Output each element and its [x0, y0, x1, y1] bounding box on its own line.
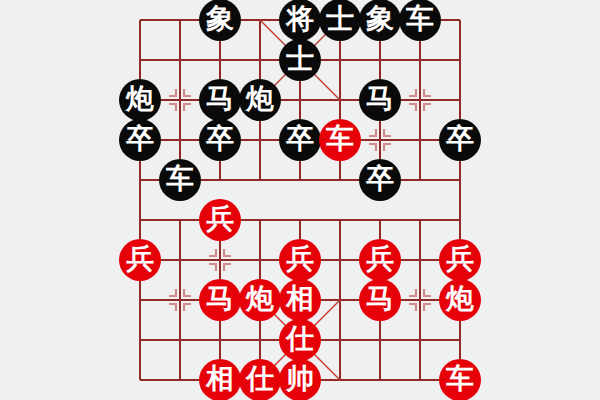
piece-glyph: 卒 — [366, 165, 394, 193]
piece-glyph: 兵 — [206, 205, 234, 233]
piece-glyph: 车 — [166, 165, 194, 193]
piece-glyph: 士 — [326, 5, 354, 33]
piece-glyph: 兵 — [446, 245, 474, 273]
piece-glyph: 帅 — [286, 365, 314, 393]
piece-glyph: 炮 — [126, 85, 154, 113]
piece-glyph: 车 — [406, 5, 434, 33]
black-advisor[interactable]: 士 — [319, 0, 361, 41]
piece-glyph: 卒 — [286, 125, 314, 153]
red-elephant[interactable]: 相 — [279, 279, 321, 321]
piece-glyph: 马 — [206, 85, 234, 113]
black-chariot[interactable]: 车 — [399, 0, 441, 41]
piece-glyph: 车 — [326, 125, 354, 153]
black-chariot[interactable]: 车 — [159, 159, 201, 201]
red-elephant[interactable]: 相 — [199, 359, 241, 400]
black-cannon[interactable]: 炮 — [119, 79, 161, 121]
piece-glyph: 炮 — [246, 285, 274, 313]
piece-glyph: 炮 — [246, 85, 274, 113]
piece-glyph: 卒 — [126, 125, 154, 153]
red-horse[interactable]: 马 — [199, 279, 241, 321]
black-elephant[interactable]: 象 — [359, 0, 401, 41]
piece-glyph: 兵 — [366, 245, 394, 273]
red-soldier[interactable]: 兵 — [279, 239, 321, 281]
piece-glyph: 仕 — [286, 325, 314, 353]
red-soldier[interactable]: 兵 — [359, 239, 401, 281]
black-soldier[interactable]: 卒 — [439, 119, 481, 161]
red-soldier[interactable]: 兵 — [439, 239, 481, 281]
black-general[interactable]: 将 — [279, 0, 321, 41]
black-soldier[interactable]: 卒 — [119, 119, 161, 161]
piece-glyph: 仕 — [246, 365, 274, 393]
red-advisor[interactable]: 仕 — [279, 319, 321, 361]
black-soldier[interactable]: 卒 — [199, 119, 241, 161]
red-cannon[interactable]: 炮 — [439, 279, 481, 321]
pieces-layer: 象将士象车士炮马炮马卒卒卒车卒车卒兵兵兵兵兵马炮相马炮仕相仕帅车 — [120, 0, 480, 400]
piece-glyph: 马 — [206, 285, 234, 313]
piece-glyph: 士 — [286, 45, 314, 73]
piece-glyph: 相 — [286, 285, 314, 313]
red-horse[interactable]: 马 — [359, 279, 401, 321]
black-horse[interactable]: 马 — [359, 79, 401, 121]
piece-glyph: 卒 — [206, 125, 234, 153]
piece-glyph: 象 — [206, 5, 234, 33]
piece-glyph: 马 — [366, 85, 394, 113]
black-cannon[interactable]: 炮 — [239, 79, 281, 121]
red-soldier[interactable]: 兵 — [119, 239, 161, 281]
piece-glyph: 将 — [286, 5, 314, 33]
red-advisor[interactable]: 仕 — [239, 359, 281, 400]
piece-glyph: 卒 — [446, 125, 474, 153]
piece-glyph: 马 — [366, 285, 394, 313]
piece-glyph: 车 — [446, 365, 474, 393]
piece-glyph: 炮 — [446, 285, 474, 313]
red-chariot[interactable]: 车 — [439, 359, 481, 400]
piece-glyph: 相 — [206, 365, 234, 393]
red-chariot[interactable]: 车 — [319, 119, 361, 161]
black-horse[interactable]: 马 — [199, 79, 241, 121]
red-cannon[interactable]: 炮 — [239, 279, 281, 321]
piece-glyph: 兵 — [286, 245, 314, 273]
black-soldier[interactable]: 卒 — [359, 159, 401, 201]
xiangqi-screenshot: 象将士象车士炮马炮马卒卒卒车卒车卒兵兵兵兵兵马炮相马炮仕相仕帅车 — [0, 0, 600, 400]
red-soldier[interactable]: 兵 — [199, 199, 241, 241]
red-general[interactable]: 帅 — [279, 359, 321, 400]
black-advisor[interactable]: 士 — [279, 39, 321, 81]
piece-glyph: 兵 — [126, 245, 154, 273]
black-elephant[interactable]: 象 — [199, 0, 241, 41]
piece-glyph: 象 — [366, 5, 394, 33]
black-soldier[interactable]: 卒 — [279, 119, 321, 161]
